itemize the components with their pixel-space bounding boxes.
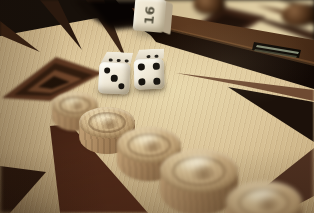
checker-top-face (226, 181, 302, 213)
backgammon-photo-scene: 16 (0, 0, 314, 213)
checker-5[interactable] (226, 181, 302, 213)
checker-row (0, 0, 314, 213)
